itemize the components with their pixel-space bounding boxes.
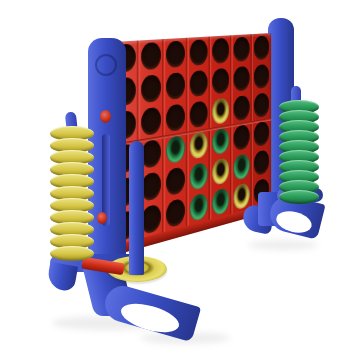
- front-pole: [129, 141, 144, 275]
- empty-hole: [254, 121, 269, 148]
- empty-hole: [234, 95, 250, 122]
- cell-r3c4: [187, 97, 210, 131]
- green-disc: [212, 187, 229, 217]
- cell-r2c2: [139, 71, 164, 106]
- cell-r2c3: [164, 69, 188, 103]
- empty-hole: [141, 42, 161, 71]
- green-disc: [190, 192, 208, 222]
- cell-r3c5: [210, 95, 231, 128]
- empty-hole: [254, 149, 269, 176]
- empty-hole: [212, 38, 229, 65]
- yellow-disc: [212, 157, 229, 186]
- empty-hole: [234, 66, 250, 92]
- post-pin-bottom: [97, 212, 107, 224]
- cell-r3c3: [164, 100, 188, 135]
- green-stack-disc: [279, 190, 319, 204]
- product-photo-giant-connect-four: [0, 0, 360, 360]
- cell-r1c4: [187, 36, 210, 69]
- yellow-disc: [212, 97, 229, 125]
- shadow-right-foot: [248, 240, 318, 250]
- cell-r1c7: [252, 33, 271, 63]
- left-toe: [46, 262, 78, 292]
- cell-r1c5: [210, 35, 231, 67]
- empty-hole: [141, 171, 161, 203]
- empty-hole: [166, 197, 185, 228]
- empty-hole: [234, 124, 250, 152]
- cell-r2c5: [210, 65, 231, 98]
- empty-hole: [254, 92, 269, 118]
- empty-hole: [141, 106, 161, 136]
- cell-r3c7: [252, 90, 271, 122]
- green-disc: [166, 135, 185, 165]
- empty-hole: [166, 166, 185, 197]
- empty-hole: [141, 203, 161, 235]
- cell-r3c6: [231, 92, 251, 124]
- cell-r2c6: [231, 63, 251, 95]
- empty-hole: [234, 36, 250, 62]
- cell-r1c2: [139, 39, 164, 73]
- cell-r1c6: [231, 34, 251, 65]
- empty-hole: [254, 64, 269, 90]
- post-emboss-circle: [95, 54, 117, 76]
- green-disc-stack: [279, 100, 319, 204]
- cell-r2c4: [187, 67, 210, 100]
- cell-r3c2: [139, 103, 164, 139]
- green-disc: [234, 153, 250, 181]
- empty-hole: [166, 40, 185, 68]
- empty-hole: [141, 74, 161, 104]
- empty-hole: [190, 70, 208, 98]
- yellow-stack-disc: [50, 246, 94, 261]
- empty-hole: [190, 100, 208, 129]
- empty-hole: [212, 68, 229, 95]
- empty-hole: [166, 72, 185, 101]
- green-disc: [212, 127, 229, 155]
- empty-hole: [166, 103, 185, 132]
- green-disc: [190, 161, 208, 191]
- empty-hole: [141, 139, 161, 170]
- cell-r2c7: [252, 61, 271, 92]
- post-pin-top: [100, 110, 111, 123]
- yellow-disc-stack: [50, 126, 94, 261]
- empty-hole: [254, 35, 269, 60]
- empty-hole: [190, 39, 208, 66]
- cell-r1c3: [164, 38, 188, 72]
- yellow-disc: [190, 131, 208, 160]
